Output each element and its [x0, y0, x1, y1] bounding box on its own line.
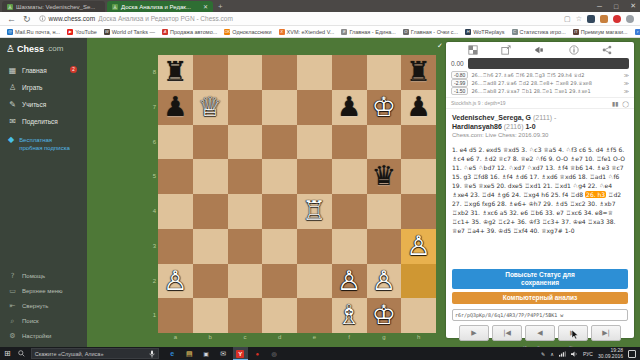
piece-g2[interactable]: ♙ [367, 264, 402, 299]
checkmark-icon: ✓ [437, 42, 443, 50]
square-c4[interactable] [228, 194, 263, 229]
piece-a8[interactable]: ♜ [158, 55, 193, 90]
back-button[interactable]: ← [7, 14, 16, 24]
piece-g7[interactable]: ♔ [367, 90, 402, 125]
piece-h3[interactable]: ♙ [401, 229, 436, 264]
square-c7[interactable] [228, 90, 263, 125]
square-d5[interactable] [262, 159, 297, 194]
square-g3[interactable] [367, 229, 402, 264]
taskbar-app-edge[interactable]: e [165, 347, 180, 360]
square-b8[interactable] [193, 55, 228, 90]
square-d7[interactable] [262, 90, 297, 125]
tab-close-icon[interactable]: ✕ [203, 3, 208, 10]
square-c3[interactable] [228, 229, 263, 264]
piece-f2[interactable]: ♙ [332, 264, 367, 299]
microphone-icon[interactable] [149, 350, 155, 358]
bookmark-item[interactable]: ССтатистика игро... [512, 29, 566, 35]
top-menu-icon: ▭ [8, 287, 17, 295]
square-b5[interactable] [193, 159, 228, 194]
square-g8[interactable] [367, 55, 402, 90]
url-text: www.chess.com [49, 15, 96, 22]
piece-b7[interactable]: ♕ [193, 90, 228, 125]
window-minimize-button[interactable]: ─ [597, 3, 602, 10]
chess-board[interactable]: ♜♜♟♕♟♔♟♛♖♙♙♙♙♗♔ [158, 55, 436, 333]
square-h5[interactable] [401, 159, 436, 194]
square-g1[interactable]: ♔ [367, 298, 402, 333]
rank-label-4: 4 [148, 194, 156, 229]
diamond-icon: ◆ [8, 136, 14, 152]
evaluation-score: 0.00 [451, 60, 464, 67]
square-d2[interactable] [262, 264, 297, 299]
next-move-button[interactable]: ▶ [558, 325, 588, 341]
reload-button[interactable]: ↻ [23, 14, 31, 24]
square-h2[interactable] [401, 264, 436, 299]
analysis-panel: 0.00 -0.80 26...♖h6 27.♗a6 ♖f6 28.♖g3 ♖f… [446, 42, 634, 338]
square-c1[interactable] [228, 298, 263, 333]
new-tab-button[interactable]: + [218, 2, 223, 11]
page-info-icon[interactable] [39, 15, 46, 22]
eval-graph[interactable] [468, 58, 629, 69]
black-player-rating: (2116) [504, 123, 524, 130]
browser-tab-1[interactable]: ♙ Шахматы: Vedenischev_Se... [2, 1, 105, 12]
tray-chevron-icon[interactable]: ∧ [550, 351, 554, 357]
bookmarks-bar: @Mail.Ru почта, н... ▶YouTube WWorld of … [0, 26, 640, 38]
square-b6[interactable] [193, 125, 228, 160]
bookmark-item[interactable]: ППремиум магази... [573, 29, 628, 35]
square-b1[interactable] [193, 298, 228, 333]
engine-line-1[interactable]: -0.80 26...♖h6 27.♗a6 ♖f6 28.♖g3 ♖f5 29.… [446, 71, 634, 79]
taskbar-app-yandex-active[interactable]: Y [233, 347, 248, 360]
square-f4[interactable] [332, 194, 367, 229]
chesscom-sidebar: ♙ Chess.com ▦ Главная 2 ♙ Играть ✎ Учить… [0, 38, 87, 347]
taskbar-app-store[interactable]: ▣ [199, 347, 214, 360]
square-f1[interactable]: ♗ [332, 298, 367, 333]
bookmark-item[interactable]: WWorld of Tanks — [104, 29, 155, 35]
white-player-name[interactable]: Vedenischev_Serega, G [452, 114, 531, 121]
logo-text: Chess [17, 44, 44, 54]
square-e5[interactable] [297, 159, 332, 194]
square-e3[interactable] [297, 229, 332, 264]
file-label-c: c [228, 334, 263, 340]
expand-line-icon[interactable]: ≫ [624, 88, 629, 94]
taskbar-app-red[interactable]: ● [250, 347, 265, 360]
system-tray: ✎ ∧ РУС 19:2830.09.2016 [541, 348, 636, 359]
last-move-button[interactable]: ▶| [591, 325, 621, 341]
square-a3[interactable] [158, 229, 193, 264]
sidebar-footer: ? Помощь ▭ Верхнее меню ⇤ Свернуть ⌕ Пои… [0, 268, 87, 343]
taskbar-clock[interactable]: 19:2830.09.2016 [598, 348, 623, 359]
game-result: 1-0 [525, 123, 535, 130]
rank-label-2: 2 [148, 264, 156, 299]
square-a7[interactable]: ♟ [158, 90, 193, 125]
search-icon: ⌕ [8, 317, 17, 325]
window-close-button[interactable]: ✕ [630, 2, 636, 10]
board-area: 87654321 ♜♜♟♕♟♔♟♛♖♙♙♙♙♗♔ abcdefgh [158, 55, 436, 333]
computer-analysis-button[interactable]: Компьютерный анализ [452, 292, 628, 304]
adblock-extension-icon[interactable] [613, 15, 621, 23]
white-player-rating: (2111) [533, 114, 552, 121]
file-label-g: g [367, 334, 402, 340]
square-g5[interactable]: ♛ [367, 159, 402, 194]
bookmark-item[interactable]: ЕГлавная - Едина... [341, 29, 395, 35]
square-c2[interactable] [228, 264, 263, 299]
piece-h7[interactable]: ♟ [401, 90, 436, 125]
taskbar-search-icon[interactable] [18, 350, 25, 357]
square-g2[interactable]: ♙ [367, 264, 402, 299]
collapse-icon: ⇤ [8, 302, 17, 310]
volume-icon[interactable] [571, 351, 578, 357]
extension-icon-2[interactable] [600, 15, 608, 23]
square-f5[interactable] [332, 159, 367, 194]
open-board-icon[interactable] [501, 45, 511, 55]
play-button[interactable]: ▶ [459, 325, 489, 341]
chesscom-page: ♙ Chess.com ▦ Главная 2 ♙ Играть ✎ Учить… [0, 38, 640, 347]
sidebar-item-share[interactable]: ✉ Поделиться [0, 113, 87, 130]
bookmark-item[interactable]: XXVM: eXtended V... [279, 29, 335, 35]
square-f8[interactable] [332, 55, 367, 90]
square-d4[interactable] [262, 194, 297, 229]
bookmark-star-icon[interactable]: ☆ [576, 15, 582, 23]
pen-icon[interactable]: ✎ [541, 351, 545, 357]
save-page-icon[interactable]: ▢ [564, 15, 571, 23]
chesscom-favicon: ♙ [7, 4, 13, 10]
browser-toolbar: ← ↻ www.chess.com Доска Анализа и Редакт… [0, 12, 640, 26]
bookmark-item[interactable]: НWoTReplays [465, 29, 504, 35]
file-label-b: b [193, 334, 228, 340]
extension-icon-1[interactable] [587, 15, 595, 23]
engine-line-3[interactable]: -1.50 26...♖ab8 27.♕xa7 ♖b1 28.♖e1 ♖xe1 … [446, 87, 634, 95]
chesscom-favicon: ♙ [112, 4, 118, 10]
mouse-cursor [571, 330, 579, 340]
black-player-name[interactable]: Hardiansyah86 [452, 123, 502, 130]
piece-g5[interactable]: ♛ [367, 159, 402, 194]
bookmark-item[interactable]: ▶YouTube [67, 29, 97, 35]
bookmark-item[interactable]: OKОдноклассники [224, 29, 271, 35]
piece-g1[interactable]: ♔ [367, 298, 402, 333]
square-c6[interactable] [228, 125, 263, 160]
square-h3[interactable]: ♙ [401, 229, 436, 264]
browser-tabstrip: ♙ Шахматы: Vedenischev_Se... ♙ Доска Ана… [0, 0, 640, 12]
bookmark-item[interactable]: @Mail.Ru почта, н... [7, 29, 60, 35]
rank-label-3: 3 [148, 229, 156, 264]
analysis-board-icon[interactable] [468, 45, 478, 55]
square-e6[interactable] [297, 125, 332, 160]
taskbar-app-explorer[interactable]: ▤ [182, 347, 197, 360]
square-a6[interactable] [158, 125, 193, 160]
engine-score-badge: -2.99 [451, 79, 468, 87]
engine-score-badge: -1.50 [451, 87, 468, 95]
logo-tld: .com [46, 44, 63, 53]
sidebar-item-home[interactable]: ▦ Главная 2 [0, 62, 87, 79]
bookmark-item[interactable]: rhttps://ref.mail.ru/ [635, 29, 640, 35]
playback-controls: ▶ |◀ ◀ ▶ ▶| [446, 325, 634, 341]
file-labels: abcdefgh [158, 334, 436, 340]
previous-move-button[interactable]: ◀ [525, 325, 555, 341]
engine-power-icon[interactable]: ◯ [622, 100, 629, 107]
rank-label-7: 7 [148, 90, 156, 125]
rank-labels: 87654321 [148, 55, 156, 333]
piece-f7[interactable]: ♟ [332, 90, 367, 125]
start-button[interactable]: ⊞ [4, 349, 11, 358]
sidebar-item-help[interactable]: ? Помощь [0, 268, 87, 283]
square-e7[interactable] [297, 90, 332, 125]
piece-f1[interactable]: ♗ [332, 298, 367, 333]
url-page-title: Доска Анализа и Редактор PGN - Chess.com [98, 15, 233, 22]
megaphone-icon[interactable] [534, 45, 545, 55]
square-e1[interactable] [297, 298, 332, 333]
square-h4[interactable] [401, 194, 436, 229]
game-header: Vedenischev_Serega, G (2111) - Hardiansy… [446, 109, 634, 142]
taskbar-apps: e ▤ ▣ ✉ Y ● ◎ [165, 347, 282, 360]
file-label-e: e [297, 334, 332, 340]
piece-a7[interactable]: ♟ [158, 90, 193, 125]
engine-score-badge: -0.80 [451, 71, 468, 79]
square-c8[interactable] [228, 55, 263, 90]
piece-a2[interactable]: ♙ [158, 264, 193, 299]
info-icon[interactable] [569, 45, 579, 55]
chesscom-logo[interactable]: ♙ Chess.com [0, 38, 87, 62]
square-d6[interactable] [262, 125, 297, 160]
play-pawn-icon: ♙ [8, 83, 17, 92]
notification-center-icon[interactable] [628, 350, 636, 358]
square-f7[interactable]: ♟ [332, 90, 367, 125]
pawn-logo-icon: ♙ [6, 43, 15, 54]
square-h1[interactable] [401, 298, 436, 333]
notification-badge: 2 [70, 66, 77, 73]
browser-tab-2-active[interactable]: ♙ Доска Анализа и Редак... ✕ [107, 1, 213, 12]
file-label-a: a [158, 334, 193, 340]
address-bar[interactable]: www.chess.com Доска Анализа и Редактор P… [39, 15, 559, 22]
upgrade-status-button[interactable]: Повысьте Статус длясохранения [452, 269, 628, 289]
bookmark-item[interactable]: АПродажа автомо... [162, 29, 217, 35]
square-b2[interactable] [193, 264, 228, 299]
profile-icon[interactable] [626, 15, 634, 23]
square-e2[interactable] [297, 264, 332, 299]
screen: ♙ Шахматы: Vedenischev_Se... ♙ Доска Ана… [0, 0, 640, 360]
gear-icon: ⚙ [8, 332, 17, 340]
square-f2[interactable]: ♙ [332, 264, 367, 299]
square-e4[interactable]: ♖ [297, 194, 332, 229]
file-label-f: f [332, 334, 367, 340]
square-a2[interactable]: ♙ [158, 264, 193, 299]
sidebar-item-learn[interactable]: ✎ Учиться [0, 96, 87, 113]
expand-line-icon[interactable]: ≫ [624, 72, 629, 78]
sidebar-item-top-menu[interactable]: ▭ Верхнее меню [0, 283, 87, 298]
tab-title: Шахматы: Vedenischev_Se... [16, 4, 95, 10]
square-a8[interactable]: ♜ [158, 55, 193, 90]
engine-pause-icon[interactable]: ▮▮ [612, 100, 619, 107]
bookmark-item[interactable]: ОГлавная - Очки с... [403, 29, 458, 35]
sidebar-item-collapse[interactable]: ⇤ Свернуть [0, 298, 87, 313]
square-d1[interactable] [262, 298, 297, 333]
square-f3[interactable] [332, 229, 367, 264]
taskbar-app-mail[interactable]: ✉ [216, 347, 231, 360]
square-g4[interactable] [367, 194, 402, 229]
language-indicator[interactable]: РУС [583, 351, 593, 357]
square-b7[interactable]: ♕ [193, 90, 228, 125]
rank-label-6: 6 [148, 125, 156, 160]
game-event: Chess.com: Live Chess: 2016.09.30 [452, 131, 628, 140]
help-icon: ? [8, 272, 17, 280]
first-move-button[interactable]: |◀ [492, 325, 522, 341]
sidebar-item-search[interactable]: ⌕ Поиск [0, 313, 87, 328]
square-h6[interactable] [401, 125, 436, 160]
fen-input[interactable] [452, 309, 628, 321]
sidebar-item-play[interactable]: ♙ Играть [0, 79, 87, 96]
current-move[interactable]: 26. h3 [585, 191, 606, 198]
alisa-search-box[interactable]: Скажите «Слушай, Алиса» [31, 348, 159, 359]
file-label-h: h [401, 334, 436, 340]
square-a1[interactable] [158, 298, 193, 333]
piece-e4[interactable]: ♖ [297, 194, 332, 229]
square-g7[interactable]: ♔ [367, 90, 402, 125]
share-bubbles-icon: ✉ [8, 117, 17, 126]
rank-label-8: 8 [148, 55, 156, 90]
square-g6[interactable] [367, 125, 402, 160]
engine-line-2[interactable]: -2.99 26...♖ad8 27.♕a6 ♖d2 28.♖e8+ ♖xe8 … [446, 79, 634, 87]
square-f6[interactable] [332, 125, 367, 160]
windows-taskbar: ⊞ Скажите «Слушай, Алиса» e ▤ ▣ ✉ Y ● ◎ … [0, 347, 640, 360]
file-label-d: d [262, 334, 297, 340]
free-trial-link[interactable]: ◆ Бесплатнаяпробная подписка [0, 130, 87, 158]
square-a4[interactable] [158, 194, 193, 229]
move-list[interactable]: 1. e4 d5 2. exd5 ♕xd5 3. ♘c3 ♕a5 4. ♘f3 … [446, 142, 634, 266]
square-b3[interactable] [193, 229, 228, 264]
square-b4[interactable] [193, 194, 228, 229]
square-h8[interactable]: ♜ [401, 55, 436, 90]
sidebar-item-settings[interactable]: ⚙ Настройки [0, 328, 87, 343]
square-h7[interactable]: ♟ [401, 90, 436, 125]
panel-icon-row [446, 42, 634, 57]
engine-status-text: Stockfish.js 9 : depth=19 [451, 100, 506, 106]
square-d3[interactable] [262, 229, 297, 264]
tab-title: Доска Анализа и Редак... [121, 4, 191, 10]
rank-label-1: 1 [148, 298, 156, 333]
network-icon[interactable] [559, 351, 566, 357]
square-d8[interactable] [262, 55, 297, 90]
learn-icon: ✎ [8, 100, 17, 109]
rank-label-5: 5 [148, 159, 156, 194]
share-icon[interactable] [602, 45, 612, 55]
square-e8[interactable] [297, 55, 332, 90]
square-a5[interactable] [158, 159, 193, 194]
taskbar-app-gray[interactable]: ◎ [267, 347, 282, 360]
window-maximize-button[interactable]: □ [614, 3, 618, 10]
expand-line-icon[interactable]: ≫ [624, 80, 629, 86]
square-c5[interactable] [228, 159, 263, 194]
piece-h8[interactable]: ♜ [401, 55, 436, 90]
home-board-icon: ▦ [8, 66, 17, 75]
